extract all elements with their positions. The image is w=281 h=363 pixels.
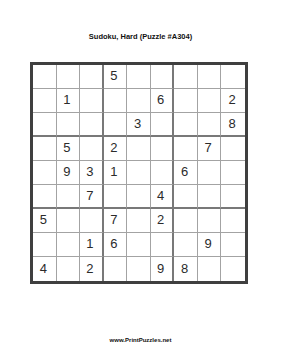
cell-r4c6[interactable] [151,137,175,161]
given-digit: 4 [157,189,164,202]
cell-r8c8[interactable]: 9 [198,233,222,257]
cell-r6c7[interactable] [174,185,198,209]
cell-r1c5[interactable] [127,65,151,89]
cell-r5c1[interactable] [33,161,57,185]
cell-r1c6[interactable] [151,65,175,89]
given-digit: 1 [86,237,93,250]
given-digit: 3 [134,117,141,130]
given-digit: 2 [157,213,164,226]
cell-r4c7[interactable] [174,137,198,161]
cell-r7c1[interactable]: 5 [33,209,57,233]
cell-r2c1[interactable] [33,89,57,113]
cell-r8c9[interactable] [221,233,245,257]
cell-r8c3[interactable]: 1 [80,233,104,257]
cell-r3c6[interactable] [151,113,175,137]
cell-r4c5[interactable] [127,137,151,161]
given-digit: 3 [86,165,93,178]
cell-r5c6[interactable] [151,161,175,185]
cell-r9c7[interactable]: 8 [174,257,198,281]
cell-r4c4[interactable]: 2 [104,137,128,161]
cell-r8c5[interactable] [127,233,151,257]
cell-r5c8[interactable] [198,161,222,185]
given-digit: 2 [86,262,93,275]
cell-r3c7[interactable] [174,113,198,137]
cell-r1c3[interactable] [80,65,104,89]
cell-r3c1[interactable] [33,113,57,137]
cell-r7c6[interactable]: 2 [151,209,175,233]
cell-r6c4[interactable] [104,185,128,209]
cell-r2c3[interactable] [80,89,104,113]
cell-r2c6[interactable]: 6 [151,89,175,113]
cell-r9c8[interactable] [198,257,222,281]
cell-r1c1[interactable] [33,65,57,89]
cell-r3c2[interactable] [57,113,81,137]
cell-r9c4[interactable] [104,257,128,281]
cell-r9c3[interactable]: 2 [80,257,104,281]
given-digit: 2 [229,93,236,106]
given-digit: 2 [110,141,117,154]
given-digit: 1 [110,165,117,178]
cell-r7c2[interactable] [57,209,81,233]
cell-r5c3[interactable]: 3 [80,161,104,185]
given-digit: 5 [40,213,47,226]
cell-r5c7[interactable]: 6 [174,161,198,185]
cell-r7c7[interactable] [174,209,198,233]
cell-r1c8[interactable] [198,65,222,89]
cell-r8c7[interactable] [174,233,198,257]
given-digit: 6 [181,165,188,178]
cell-r1c7[interactable] [174,65,198,89]
cell-r8c4[interactable]: 6 [104,233,128,257]
cell-r4c2[interactable]: 5 [57,137,81,161]
cell-r6c3[interactable]: 7 [80,185,104,209]
cell-r7c4[interactable]: 7 [104,209,128,233]
cell-r8c6[interactable] [151,233,175,257]
cell-r7c9[interactable] [221,209,245,233]
cell-r2c7[interactable] [174,89,198,113]
puzzle-title: Sudoku, Hard (Puzzle #A304) [0,32,281,41]
cell-r1c2[interactable] [57,65,81,89]
given-digit: 7 [86,189,93,202]
cell-r2c2[interactable]: 1 [57,89,81,113]
cell-r8c1[interactable] [33,233,57,257]
cell-r6c6[interactable]: 4 [151,185,175,209]
footer-url: www.PrintPuzzles.net [0,337,281,343]
cell-r6c5[interactable] [127,185,151,209]
cell-r9c1[interactable]: 4 [33,257,57,281]
cell-r3c8[interactable] [198,113,222,137]
cell-r9c2[interactable] [57,257,81,281]
cell-r8c2[interactable] [57,233,81,257]
cell-r4c1[interactable] [33,137,57,161]
cell-r9c6[interactable]: 9 [151,257,175,281]
given-digit: 9 [157,262,164,275]
cell-r4c8[interactable]: 7 [198,137,222,161]
printable-sudoku-page: Sudoku, Hard (Puzzle #A304) 516238527931… [0,0,281,363]
cell-r5c5[interactable] [127,161,151,185]
cell-r2c4[interactable] [104,89,128,113]
cell-r5c9[interactable] [221,161,245,185]
given-digit: 7 [205,141,212,154]
sudoku-board: 5162385279316745721694298 [30,62,248,284]
cell-r6c1[interactable] [33,185,57,209]
cell-r3c3[interactable] [80,113,104,137]
cell-r9c9[interactable] [221,257,245,281]
given-digit: 5 [110,69,117,82]
cell-r6c8[interactable] [198,185,222,209]
given-digit: 1 [63,93,70,106]
cell-r6c2[interactable] [57,185,81,209]
cell-r2c8[interactable] [198,89,222,113]
given-digit: 4 [40,262,47,275]
given-digit: 9 [63,165,70,178]
cell-r7c5[interactable] [127,209,151,233]
given-digit: 8 [229,117,236,130]
cell-r4c9[interactable] [221,137,245,161]
cell-r2c9[interactable]: 2 [221,89,245,113]
given-digit: 6 [110,237,117,250]
given-digit: 8 [181,262,188,275]
given-digit: 6 [157,93,164,106]
given-digit: 7 [110,213,117,226]
cell-r3c4[interactable] [104,113,128,137]
cell-r5c2[interactable]: 9 [57,161,81,185]
cell-r1c4[interactable]: 5 [104,65,128,89]
cell-r3c9[interactable]: 8 [221,113,245,137]
given-digit: 9 [205,237,212,250]
cell-r7c3[interactable] [80,209,104,233]
cell-r2c5[interactable] [127,89,151,113]
cell-r7c8[interactable] [198,209,222,233]
cell-r6c9[interactable] [221,185,245,209]
cell-r1c9[interactable] [221,65,245,89]
given-digit: 5 [63,141,70,154]
cell-r9c5[interactable] [127,257,151,281]
cell-r3c5[interactable]: 3 [127,113,151,137]
cell-r4c3[interactable] [80,137,104,161]
cell-r5c4[interactable]: 1 [104,161,128,185]
